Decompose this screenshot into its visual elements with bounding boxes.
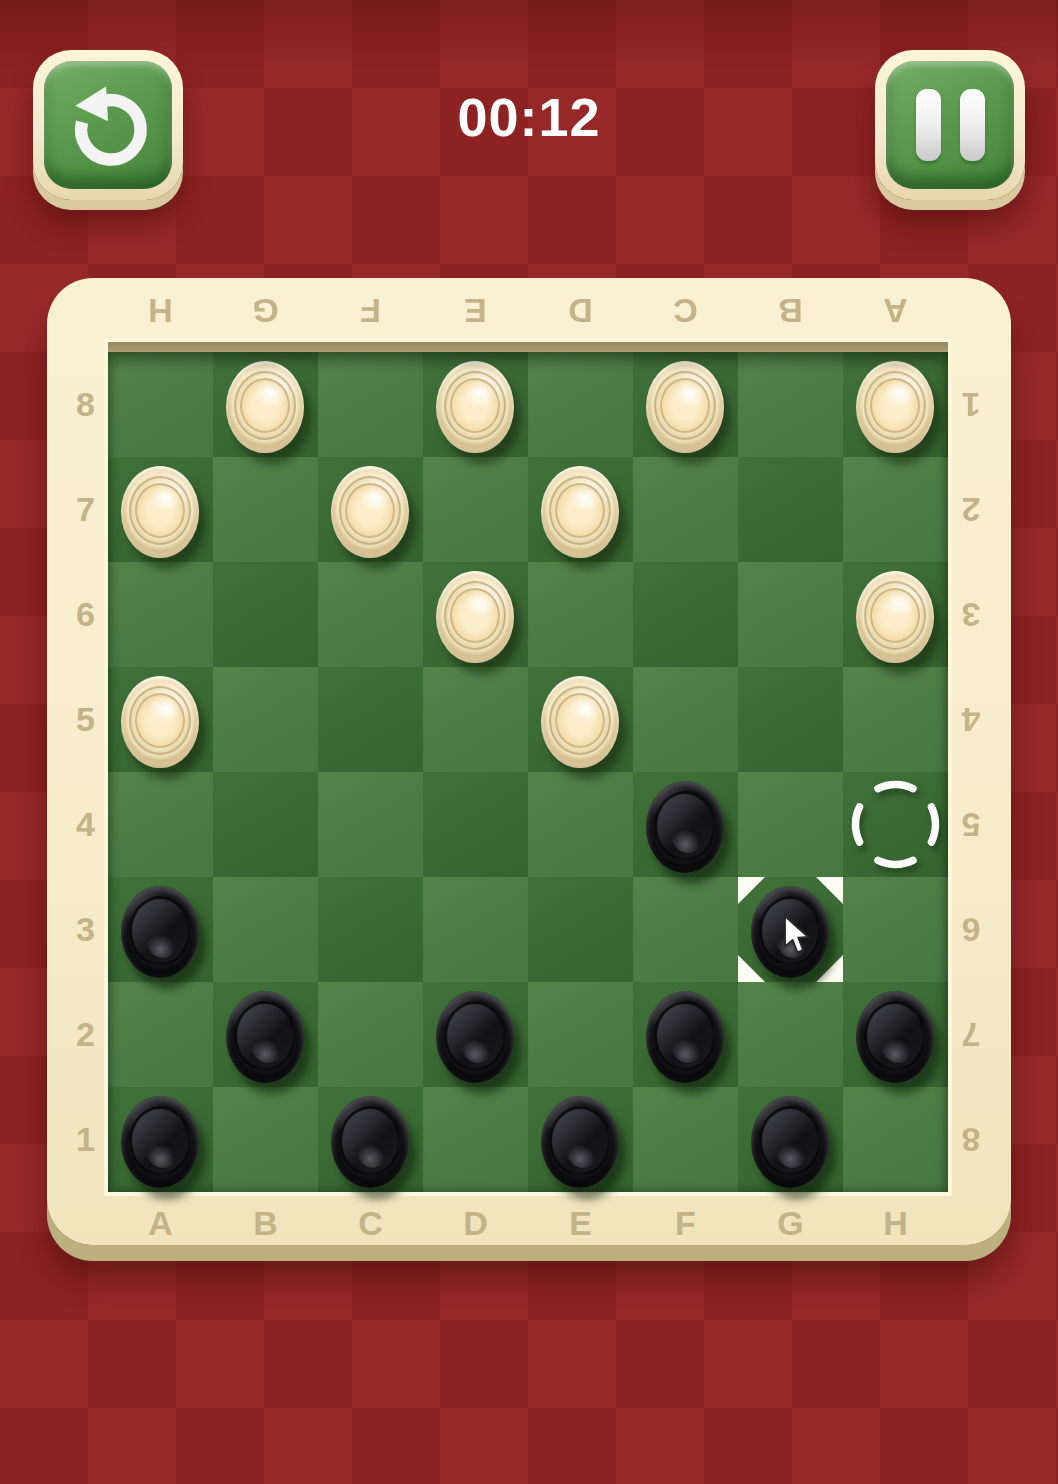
file-label: F bbox=[633, 1198, 738, 1248]
black-piece-a3[interactable] bbox=[121, 886, 199, 978]
square-f1[interactable] bbox=[633, 1087, 738, 1192]
square-e6[interactable] bbox=[528, 562, 633, 667]
square-h8[interactable] bbox=[843, 352, 948, 457]
white-piece-c7[interactable] bbox=[331, 466, 409, 558]
square-c8[interactable] bbox=[318, 352, 423, 457]
black-piece-e1[interactable] bbox=[541, 1096, 619, 1188]
pause-button[interactable] bbox=[875, 50, 1025, 200]
square-g2[interactable] bbox=[738, 982, 843, 1087]
square-e8[interactable] bbox=[528, 352, 633, 457]
square-h7[interactable] bbox=[843, 457, 948, 562]
black-piece-c1[interactable] bbox=[331, 1096, 409, 1188]
black-piece-b2[interactable] bbox=[226, 991, 304, 1083]
file-label: C bbox=[318, 1198, 423, 1248]
square-c7[interactable] bbox=[318, 457, 423, 562]
square-b7[interactable] bbox=[213, 457, 318, 562]
move-target-circle[interactable] bbox=[843, 772, 948, 877]
white-piece-b8[interactable] bbox=[226, 361, 304, 453]
square-a7[interactable] bbox=[108, 457, 213, 562]
square-g3[interactable] bbox=[738, 877, 843, 982]
file-label: A bbox=[108, 1198, 213, 1248]
black-piece-f2[interactable] bbox=[646, 991, 724, 1083]
black-piece-g1[interactable] bbox=[751, 1096, 829, 1188]
square-g6[interactable] bbox=[738, 562, 843, 667]
square-f2[interactable] bbox=[633, 982, 738, 1087]
square-h4[interactable] bbox=[843, 772, 948, 877]
file-labels-top: HGFEDCBA bbox=[108, 285, 948, 337]
square-d8[interactable] bbox=[423, 352, 528, 457]
square-c3[interactable] bbox=[318, 877, 423, 982]
file-label: D bbox=[528, 285, 633, 337]
white-piece-d8[interactable] bbox=[436, 361, 514, 453]
square-d6[interactable] bbox=[423, 562, 528, 667]
board-inner bbox=[104, 338, 952, 1196]
square-g5[interactable] bbox=[738, 667, 843, 772]
square-g1[interactable] bbox=[738, 1087, 843, 1192]
board-top-bevel bbox=[108, 342, 948, 352]
square-h3[interactable] bbox=[843, 877, 948, 982]
square-f5[interactable] bbox=[633, 667, 738, 772]
square-a8[interactable] bbox=[108, 352, 213, 457]
board-squares bbox=[108, 352, 948, 1192]
square-e4[interactable] bbox=[528, 772, 633, 877]
square-h6[interactable] bbox=[843, 562, 948, 667]
square-c5[interactable] bbox=[318, 667, 423, 772]
square-f7[interactable] bbox=[633, 457, 738, 562]
square-h1[interactable] bbox=[843, 1087, 948, 1192]
square-g8[interactable] bbox=[738, 352, 843, 457]
black-piece-a1[interactable] bbox=[121, 1096, 199, 1188]
square-c6[interactable] bbox=[318, 562, 423, 667]
file-label: A bbox=[843, 285, 948, 337]
square-c1[interactable] bbox=[318, 1087, 423, 1192]
white-piece-a7[interactable] bbox=[121, 466, 199, 558]
file-labels-bottom: ABCDEFGH bbox=[108, 1198, 948, 1248]
square-a3[interactable] bbox=[108, 877, 213, 982]
white-piece-e5[interactable] bbox=[541, 676, 619, 768]
selection-corner bbox=[816, 877, 843, 904]
square-c2[interactable] bbox=[318, 982, 423, 1087]
square-d3[interactable] bbox=[423, 877, 528, 982]
square-f3[interactable] bbox=[633, 877, 738, 982]
white-piece-h8[interactable] bbox=[856, 361, 934, 453]
square-b4[interactable] bbox=[213, 772, 318, 877]
square-e3[interactable] bbox=[528, 877, 633, 982]
square-d1[interactable] bbox=[423, 1087, 528, 1192]
file-label: B bbox=[213, 1198, 318, 1248]
square-e2[interactable] bbox=[528, 982, 633, 1087]
file-label: F bbox=[318, 285, 423, 337]
square-a4[interactable] bbox=[108, 772, 213, 877]
square-d5[interactable] bbox=[423, 667, 528, 772]
square-b1[interactable] bbox=[213, 1087, 318, 1192]
square-g7[interactable] bbox=[738, 457, 843, 562]
white-piece-e7[interactable] bbox=[541, 466, 619, 558]
square-f6[interactable] bbox=[633, 562, 738, 667]
file-label: G bbox=[738, 1198, 843, 1248]
square-b5[interactable] bbox=[213, 667, 318, 772]
square-f8[interactable] bbox=[633, 352, 738, 457]
square-b6[interactable] bbox=[213, 562, 318, 667]
pause-icon bbox=[916, 89, 985, 161]
square-c4[interactable] bbox=[318, 772, 423, 877]
square-e7[interactable] bbox=[528, 457, 633, 562]
black-piece-g3[interactable] bbox=[751, 886, 829, 978]
file-label: E bbox=[528, 1198, 633, 1248]
file-label: B bbox=[738, 285, 843, 337]
square-b3[interactable] bbox=[213, 877, 318, 982]
square-d7[interactable] bbox=[423, 457, 528, 562]
square-a2[interactable] bbox=[108, 982, 213, 1087]
square-f4[interactable] bbox=[633, 772, 738, 877]
square-a1[interactable] bbox=[108, 1087, 213, 1192]
white-piece-h6[interactable] bbox=[856, 571, 934, 663]
white-piece-a5[interactable] bbox=[121, 676, 199, 768]
square-h2[interactable] bbox=[843, 982, 948, 1087]
black-piece-h2[interactable] bbox=[856, 991, 934, 1083]
file-label: E bbox=[423, 285, 528, 337]
pause-button-face bbox=[886, 61, 1014, 189]
square-a6[interactable] bbox=[108, 562, 213, 667]
square-b2[interactable] bbox=[213, 982, 318, 1087]
file-label: H bbox=[843, 1198, 948, 1248]
square-b8[interactable] bbox=[213, 352, 318, 457]
white-piece-f8[interactable] bbox=[646, 361, 724, 453]
white-piece-d6[interactable] bbox=[436, 571, 514, 663]
file-label: C bbox=[633, 285, 738, 337]
square-e1[interactable] bbox=[528, 1087, 633, 1192]
square-d2[interactable] bbox=[423, 982, 528, 1087]
square-d4[interactable] bbox=[423, 772, 528, 877]
file-label: D bbox=[423, 1198, 528, 1248]
square-g4[interactable] bbox=[738, 772, 843, 877]
black-piece-d2[interactable] bbox=[436, 991, 514, 1083]
file-label: G bbox=[213, 285, 318, 337]
square-h5[interactable] bbox=[843, 667, 948, 772]
game-screen: 00:12 HGFEDCBA ABCDEFGH 87654321 1234567… bbox=[0, 0, 1058, 1484]
square-e5[interactable] bbox=[528, 667, 633, 772]
black-piece-f4[interactable] bbox=[646, 781, 724, 873]
board-frame: HGFEDCBA ABCDEFGH 87654321 12345678 bbox=[47, 278, 1011, 1245]
square-a5[interactable] bbox=[108, 667, 213, 772]
file-label: H bbox=[108, 285, 213, 337]
